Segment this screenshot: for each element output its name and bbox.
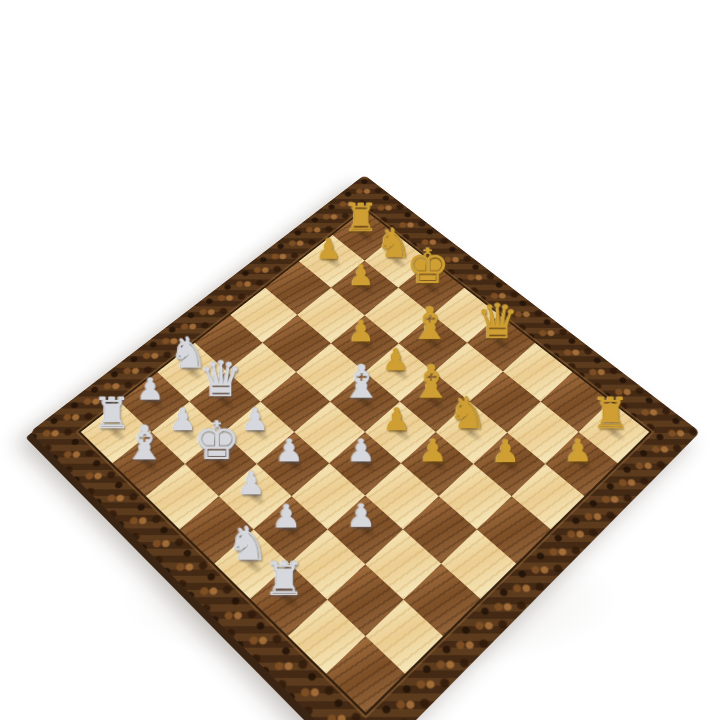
board-tilt: ♜♞♚♛♜♟♟♝♟♟♟♝♞♟♝♟♟♟♞♛♟♟♟♟♟♚♟♟♜♝♞♜ — [30, 175, 700, 720]
scene: ♜♞♚♛♜♟♟♝♟♟♟♝♞♟♝♟♟♟♞♛♟♟♟♟♟♚♟♟♜♝♞♜ — [0, 0, 720, 720]
chess-board: ♜♞♚♛♜♟♟♝♟♟♟♝♞♟♝♟♟♟♞♛♟♟♟♟♟♚♟♟♜♝♞♜ — [30, 175, 700, 720]
gold-pawn-icon: ♟ — [460, 435, 551, 467]
silver-rook-icon: ♜ — [236, 556, 333, 602]
silver-pawn-icon: ♟ — [205, 467, 298, 499]
photo-canvas: ♜♞♚♛♜♟♟♝♟♟♟♝♞♟♝♟♟♟♞♛♟♟♟♟♟♚♟♟♜♝♞♜ — [0, 0, 720, 720]
gold-king-icon: ♚ — [386, 242, 470, 291]
silver-bishop-icon: ♝ — [317, 358, 406, 404]
gold-rook-icon: ♜ — [565, 392, 655, 435]
gold-pawn-icon: ♟ — [352, 404, 442, 435]
pieces-layer: ♜♞♚♛♜♟♟♝♟♟♟♝♞♟♝♟♟♟♞♛♟♟♟♟♟♚♟♟♜♝♞♜ — [81, 210, 650, 713]
silver-king-icon: ♚ — [171, 414, 262, 467]
